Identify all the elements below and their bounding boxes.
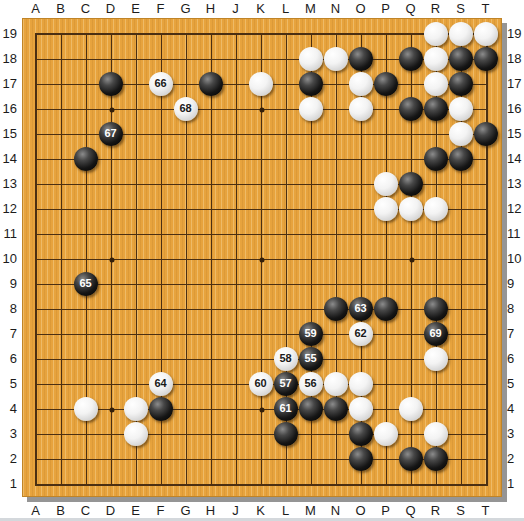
board-point-S12[interactable] (448, 196, 473, 221)
board-point-E5[interactable] (123, 371, 148, 396)
board-point-A19[interactable] (23, 21, 48, 46)
board-point-H4[interactable] (198, 396, 223, 421)
board-point-T2[interactable] (473, 446, 498, 471)
board-point-P8[interactable] (373, 296, 398, 321)
board-point-O7[interactable]: 62 (348, 321, 373, 346)
board-point-H14[interactable] (198, 146, 223, 171)
board-point-P17[interactable] (373, 71, 398, 96)
board-point-N16[interactable] (323, 96, 348, 121)
board-point-S17[interactable] (448, 71, 473, 96)
board-point-N14[interactable] (323, 146, 348, 171)
board-point-N10[interactable] (323, 246, 348, 271)
board-point-R15[interactable] (423, 121, 448, 146)
board-point-O9[interactable] (348, 271, 373, 296)
board-point-R19[interactable] (423, 21, 448, 46)
board-point-R5[interactable] (423, 371, 448, 396)
board-point-H7[interactable] (198, 321, 223, 346)
board-point-L13[interactable] (273, 171, 298, 196)
board-point-M19[interactable] (298, 21, 323, 46)
board-point-Q14[interactable] (398, 146, 423, 171)
board-point-S19[interactable] (448, 21, 473, 46)
board-point-T9[interactable] (473, 271, 498, 296)
board-point-A18[interactable] (23, 46, 48, 71)
board-point-F14[interactable] (148, 146, 173, 171)
board-point-D4[interactable] (98, 396, 123, 421)
board-point-R18[interactable] (423, 46, 448, 71)
board-point-B10[interactable] (48, 246, 73, 271)
board-point-K19[interactable] (248, 21, 273, 46)
board-point-N4[interactable] (323, 396, 348, 421)
board-point-N17[interactable] (323, 71, 348, 96)
board-point-Q10[interactable] (398, 246, 423, 271)
board-point-R16[interactable] (423, 96, 448, 121)
board-point-P19[interactable] (373, 21, 398, 46)
board-point-R8[interactable] (423, 296, 448, 321)
board-point-P18[interactable] (373, 46, 398, 71)
board-point-Q4[interactable] (398, 396, 423, 421)
board-point-L14[interactable] (273, 146, 298, 171)
board-point-A9[interactable] (23, 271, 48, 296)
board-point-C2[interactable] (73, 446, 98, 471)
board-point-Q8[interactable] (398, 296, 423, 321)
board-point-D10[interactable] (98, 246, 123, 271)
board-point-M18[interactable] (298, 46, 323, 71)
board-point-L5[interactable]: 57 (273, 371, 298, 396)
board-point-R2[interactable] (423, 446, 448, 471)
board-point-T13[interactable] (473, 171, 498, 196)
board-point-D8[interactable] (98, 296, 123, 321)
board-point-J9[interactable] (223, 271, 248, 296)
board-point-B16[interactable] (48, 96, 73, 121)
board-point-D3[interactable] (98, 421, 123, 446)
board-point-G10[interactable] (173, 246, 198, 271)
board-point-F4[interactable] (148, 396, 173, 421)
board-point-M15[interactable] (298, 121, 323, 146)
board-point-F15[interactable] (148, 121, 173, 146)
board-point-F2[interactable] (148, 446, 173, 471)
board-point-O12[interactable] (348, 196, 373, 221)
board-point-O6[interactable] (348, 346, 373, 371)
board-point-B7[interactable] (48, 321, 73, 346)
board-point-A5[interactable] (23, 371, 48, 396)
board-point-Q7[interactable] (398, 321, 423, 346)
board-point-E17[interactable] (123, 71, 148, 96)
board-point-H3[interactable] (198, 421, 223, 446)
board-point-Q19[interactable] (398, 21, 423, 46)
board-point-M5[interactable]: 56 (298, 371, 323, 396)
board-point-K5[interactable]: 60 (248, 371, 273, 396)
board-point-A8[interactable] (23, 296, 48, 321)
board-point-G6[interactable] (173, 346, 198, 371)
board-point-H11[interactable] (198, 221, 223, 246)
board-point-B11[interactable] (48, 221, 73, 246)
board-point-H12[interactable] (198, 196, 223, 221)
board-point-Q3[interactable] (398, 421, 423, 446)
board-point-P2[interactable] (373, 446, 398, 471)
board-point-O17[interactable] (348, 71, 373, 96)
board-point-M9[interactable] (298, 271, 323, 296)
board-point-F5[interactable]: 64 (148, 371, 173, 396)
board-point-M4[interactable] (298, 396, 323, 421)
board-point-E7[interactable] (123, 321, 148, 346)
board-point-K7[interactable] (248, 321, 273, 346)
board-point-O3[interactable] (348, 421, 373, 446)
board-point-A6[interactable] (23, 346, 48, 371)
board-point-Q12[interactable] (398, 196, 423, 221)
board-point-O10[interactable] (348, 246, 373, 271)
board-point-P10[interactable] (373, 246, 398, 271)
board-point-J4[interactable] (223, 396, 248, 421)
board-point-K18[interactable] (248, 46, 273, 71)
board-point-L12[interactable] (273, 196, 298, 221)
board-point-P15[interactable] (373, 121, 398, 146)
board-point-D14[interactable] (98, 146, 123, 171)
board-point-Q5[interactable] (398, 371, 423, 396)
board-point-E6[interactable] (123, 346, 148, 371)
board-point-A12[interactable] (23, 196, 48, 221)
board-point-D18[interactable] (98, 46, 123, 71)
board-point-J12[interactable] (223, 196, 248, 221)
board-point-L3[interactable] (273, 421, 298, 446)
board-point-J2[interactable] (223, 446, 248, 471)
board-point-A17[interactable] (23, 71, 48, 96)
board-point-K8[interactable] (248, 296, 273, 321)
board-point-A2[interactable] (23, 446, 48, 471)
board-point-F10[interactable] (148, 246, 173, 271)
board-point-H8[interactable] (198, 296, 223, 321)
board-point-R6[interactable] (423, 346, 448, 371)
board-point-H18[interactable] (198, 46, 223, 71)
board-point-M2[interactable] (298, 446, 323, 471)
board-point-T12[interactable] (473, 196, 498, 221)
board-point-M11[interactable] (298, 221, 323, 246)
board-point-J14[interactable] (223, 146, 248, 171)
board-point-T8[interactable] (473, 296, 498, 321)
board-point-G14[interactable] (173, 146, 198, 171)
board-point-L2[interactable] (273, 446, 298, 471)
board-point-P14[interactable] (373, 146, 398, 171)
board-point-N6[interactable] (323, 346, 348, 371)
board-point-P3[interactable] (373, 421, 398, 446)
board-point-S1[interactable] (448, 471, 473, 496)
board-point-K14[interactable] (248, 146, 273, 171)
board-point-J19[interactable] (223, 21, 248, 46)
board-point-C19[interactable] (73, 21, 98, 46)
board-point-B8[interactable] (48, 296, 73, 321)
board-point-J8[interactable] (223, 296, 248, 321)
board-point-F16[interactable] (148, 96, 173, 121)
board-point-T15[interactable] (473, 121, 498, 146)
board-point-D6[interactable] (98, 346, 123, 371)
board-point-G15[interactable] (173, 121, 198, 146)
board-point-C8[interactable] (73, 296, 98, 321)
board-point-E10[interactable] (123, 246, 148, 271)
board-point-B6[interactable] (48, 346, 73, 371)
board-point-J17[interactable] (223, 71, 248, 96)
board-point-D11[interactable] (98, 221, 123, 246)
board-point-O1[interactable] (348, 471, 373, 496)
board-point-C6[interactable] (73, 346, 98, 371)
board-point-O4[interactable] (348, 396, 373, 421)
board-point-F6[interactable] (148, 346, 173, 371)
board-point-O5[interactable] (348, 371, 373, 396)
board-point-T16[interactable] (473, 96, 498, 121)
board-point-D9[interactable] (98, 271, 123, 296)
board-point-O18[interactable] (348, 46, 373, 71)
board-point-T3[interactable] (473, 421, 498, 446)
board-point-H2[interactable] (198, 446, 223, 471)
board-point-F8[interactable] (148, 296, 173, 321)
board-point-J3[interactable] (223, 421, 248, 446)
board-point-F19[interactable] (148, 21, 173, 46)
board-point-J15[interactable] (223, 121, 248, 146)
board-point-P12[interactable] (373, 196, 398, 221)
board-point-M8[interactable] (298, 296, 323, 321)
board-point-H17[interactable] (198, 71, 223, 96)
board-point-G4[interactable] (173, 396, 198, 421)
board-point-A13[interactable] (23, 171, 48, 196)
board-point-H13[interactable] (198, 171, 223, 196)
board-point-J18[interactable] (223, 46, 248, 71)
board-point-T5[interactable] (473, 371, 498, 396)
board-point-R3[interactable] (423, 421, 448, 446)
board-point-S16[interactable] (448, 96, 473, 121)
board-point-S7[interactable] (448, 321, 473, 346)
board-point-M3[interactable] (298, 421, 323, 446)
board-point-C13[interactable] (73, 171, 98, 196)
board-point-B3[interactable] (48, 421, 73, 446)
board-point-C11[interactable] (73, 221, 98, 246)
board-point-O14[interactable] (348, 146, 373, 171)
board-point-A15[interactable] (23, 121, 48, 146)
board-point-C4[interactable] (73, 396, 98, 421)
board-point-A3[interactable] (23, 421, 48, 446)
board-point-N19[interactable] (323, 21, 348, 46)
board-point-T4[interactable] (473, 396, 498, 421)
board-point-D19[interactable] (98, 21, 123, 46)
board-point-J1[interactable] (223, 471, 248, 496)
board-point-C12[interactable] (73, 196, 98, 221)
board-point-S15[interactable] (448, 121, 473, 146)
board-point-A11[interactable] (23, 221, 48, 246)
board-point-L1[interactable] (273, 471, 298, 496)
board-point-L11[interactable] (273, 221, 298, 246)
board-point-E11[interactable] (123, 221, 148, 246)
board-point-C14[interactable] (73, 146, 98, 171)
board-point-D17[interactable] (98, 71, 123, 96)
board-point-G5[interactable] (173, 371, 198, 396)
board-point-K12[interactable] (248, 196, 273, 221)
board-point-E14[interactable] (123, 146, 148, 171)
board-point-B15[interactable] (48, 121, 73, 146)
board-point-F11[interactable] (148, 221, 173, 246)
board-point-B13[interactable] (48, 171, 73, 196)
board-point-D15[interactable]: 67 (98, 121, 123, 146)
board-point-K3[interactable] (248, 421, 273, 446)
board-point-L7[interactable] (273, 321, 298, 346)
board-point-G13[interactable] (173, 171, 198, 196)
board-point-R13[interactable] (423, 171, 448, 196)
board-point-K4[interactable] (248, 396, 273, 421)
board-point-A1[interactable] (23, 471, 48, 496)
board-point-F7[interactable] (148, 321, 173, 346)
board-point-B4[interactable] (48, 396, 73, 421)
board-point-L4[interactable]: 61 (273, 396, 298, 421)
board-point-T6[interactable] (473, 346, 498, 371)
board-point-H16[interactable] (198, 96, 223, 121)
board-point-R14[interactable] (423, 146, 448, 171)
board-point-N7[interactable] (323, 321, 348, 346)
board-point-O11[interactable] (348, 221, 373, 246)
board-point-G19[interactable] (173, 21, 198, 46)
board-point-G8[interactable] (173, 296, 198, 321)
board-point-P9[interactable] (373, 271, 398, 296)
board-point-S4[interactable] (448, 396, 473, 421)
board-point-N8[interactable] (323, 296, 348, 321)
board-point-M14[interactable] (298, 146, 323, 171)
board-point-K16[interactable] (248, 96, 273, 121)
board-point-E19[interactable] (123, 21, 148, 46)
board-point-A10[interactable] (23, 246, 48, 271)
board-point-S9[interactable] (448, 271, 473, 296)
board-point-Q11[interactable] (398, 221, 423, 246)
board-point-G9[interactable] (173, 271, 198, 296)
board-point-L16[interactable] (273, 96, 298, 121)
board-point-B1[interactable] (48, 471, 73, 496)
board-point-S2[interactable] (448, 446, 473, 471)
board-point-T11[interactable] (473, 221, 498, 246)
board-point-N1[interactable] (323, 471, 348, 496)
board-point-J10[interactable] (223, 246, 248, 271)
board-point-C1[interactable] (73, 471, 98, 496)
board-point-K11[interactable] (248, 221, 273, 246)
board-point-C18[interactable] (73, 46, 98, 71)
board-point-S6[interactable] (448, 346, 473, 371)
board-point-F9[interactable] (148, 271, 173, 296)
board-point-L6[interactable]: 58 (273, 346, 298, 371)
board-point-B14[interactable] (48, 146, 73, 171)
board-point-E2[interactable] (123, 446, 148, 471)
board-point-C17[interactable] (73, 71, 98, 96)
board-point-Q2[interactable] (398, 446, 423, 471)
board-point-F18[interactable] (148, 46, 173, 71)
board-point-B12[interactable] (48, 196, 73, 221)
board-point-O2[interactable] (348, 446, 373, 471)
board-point-L15[interactable] (273, 121, 298, 146)
board-point-T1[interactable] (473, 471, 498, 496)
board-point-D2[interactable] (98, 446, 123, 471)
board-point-B9[interactable] (48, 271, 73, 296)
board-point-H15[interactable] (198, 121, 223, 146)
board-point-S3[interactable] (448, 421, 473, 446)
board-point-A14[interactable] (23, 146, 48, 171)
board-point-T7[interactable] (473, 321, 498, 346)
board-point-Q16[interactable] (398, 96, 423, 121)
board-point-P11[interactable] (373, 221, 398, 246)
board-point-O8[interactable]: 63 (348, 296, 373, 321)
board-point-G16[interactable]: 68 (173, 96, 198, 121)
board-point-R10[interactable] (423, 246, 448, 271)
board-point-J7[interactable] (223, 321, 248, 346)
board-point-N18[interactable] (323, 46, 348, 71)
board-point-E13[interactable] (123, 171, 148, 196)
board-point-F17[interactable]: 66 (148, 71, 173, 96)
board-point-J16[interactable] (223, 96, 248, 121)
board-point-E15[interactable] (123, 121, 148, 146)
board-point-D16[interactable] (98, 96, 123, 121)
board-point-N9[interactable] (323, 271, 348, 296)
board-point-H1[interactable] (198, 471, 223, 496)
board-point-L8[interactable] (273, 296, 298, 321)
board-point-B5[interactable] (48, 371, 73, 396)
board-point-G17[interactable] (173, 71, 198, 96)
board-point-R11[interactable] (423, 221, 448, 246)
board-point-A4[interactable] (23, 396, 48, 421)
board-point-R12[interactable] (423, 196, 448, 221)
board-point-E3[interactable] (123, 421, 148, 446)
board-point-M17[interactable] (298, 71, 323, 96)
board-point-O15[interactable] (348, 121, 373, 146)
board-point-G1[interactable] (173, 471, 198, 496)
board-point-C15[interactable] (73, 121, 98, 146)
board-point-D1[interactable] (98, 471, 123, 496)
board-point-E8[interactable] (123, 296, 148, 321)
board-point-J6[interactable] (223, 346, 248, 371)
board-point-H9[interactable] (198, 271, 223, 296)
board-point-E9[interactable] (123, 271, 148, 296)
board-point-R1[interactable] (423, 471, 448, 496)
board-point-D12[interactable] (98, 196, 123, 221)
board-point-M1[interactable] (298, 471, 323, 496)
board-point-P16[interactable] (373, 96, 398, 121)
board-point-F3[interactable] (148, 421, 173, 446)
board-point-M13[interactable] (298, 171, 323, 196)
board-point-H6[interactable] (198, 346, 223, 371)
board-point-H5[interactable] (198, 371, 223, 396)
board-point-C16[interactable] (73, 96, 98, 121)
board-point-D13[interactable] (98, 171, 123, 196)
board-point-F12[interactable] (148, 196, 173, 221)
board-point-P13[interactable] (373, 171, 398, 196)
board-point-R4[interactable] (423, 396, 448, 421)
board-point-E18[interactable] (123, 46, 148, 71)
board-point-M12[interactable] (298, 196, 323, 221)
board-point-K15[interactable] (248, 121, 273, 146)
board-point-S10[interactable] (448, 246, 473, 271)
board-point-L19[interactable] (273, 21, 298, 46)
board-point-E1[interactable] (123, 471, 148, 496)
board-point-M6[interactable]: 55 (298, 346, 323, 371)
board-point-S14[interactable] (448, 146, 473, 171)
board-point-Q9[interactable] (398, 271, 423, 296)
board-point-E12[interactable] (123, 196, 148, 221)
board-point-T10[interactable] (473, 246, 498, 271)
board-point-R9[interactable] (423, 271, 448, 296)
board-point-J11[interactable] (223, 221, 248, 246)
board-point-R7[interactable]: 69 (423, 321, 448, 346)
board-point-J5[interactable] (223, 371, 248, 396)
board-point-N12[interactable] (323, 196, 348, 221)
board-point-P6[interactable] (373, 346, 398, 371)
board-point-T18[interactable] (473, 46, 498, 71)
board-point-C9[interactable]: 65 (73, 271, 98, 296)
board-point-L9[interactable] (273, 271, 298, 296)
board-point-M16[interactable] (298, 96, 323, 121)
board-point-S5[interactable] (448, 371, 473, 396)
board-point-K9[interactable] (248, 271, 273, 296)
board-point-C10[interactable] (73, 246, 98, 271)
board-point-L17[interactable] (273, 71, 298, 96)
